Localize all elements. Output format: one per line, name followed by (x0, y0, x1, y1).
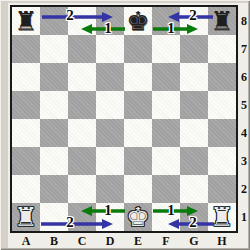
square-c7 (68, 35, 96, 63)
square-f2 (152, 175, 180, 203)
square-g5 (180, 91, 208, 119)
rank-label-6: 6 (238, 63, 250, 91)
square-a2 (12, 175, 40, 203)
square-d7 (96, 35, 124, 63)
square-b1 (40, 203, 68, 231)
file-label-d: D (96, 234, 124, 249)
square-b7 (40, 35, 68, 63)
square-h4 (208, 119, 236, 147)
square-f6 (152, 63, 180, 91)
file-label-g: G (180, 234, 208, 249)
square-g6 (180, 63, 208, 91)
square-c2 (68, 175, 96, 203)
square-a8: ♜ (12, 7, 40, 35)
square-d5 (96, 91, 124, 119)
square-b8 (40, 7, 68, 35)
square-g3 (180, 147, 208, 175)
white-rook-a1: ♜ (14, 203, 37, 231)
file-label-f: F (152, 234, 180, 249)
chess-board: ♜♚♜♜♚♜ (10, 5, 238, 233)
rank-label-7: 7 (238, 35, 250, 63)
square-f8 (152, 7, 180, 35)
rank-label-8: 8 (238, 7, 250, 35)
square-f1 (152, 203, 180, 231)
white-king-e1: ♚ (126, 203, 149, 231)
square-g4 (180, 119, 208, 147)
square-b6 (40, 63, 68, 91)
square-b5 (40, 91, 68, 119)
square-g7 (180, 35, 208, 63)
square-e4 (124, 119, 152, 147)
square-a4 (12, 119, 40, 147)
black-king-e8: ♚ (126, 7, 149, 35)
square-e7 (124, 35, 152, 63)
square-c5 (68, 91, 96, 119)
file-label-c: C (68, 234, 96, 249)
square-f7 (152, 35, 180, 63)
rank-label-2: 2 (238, 175, 250, 203)
square-c1 (68, 203, 96, 231)
square-c8 (68, 7, 96, 35)
square-h3 (208, 147, 236, 175)
black-rook-a8: ♜ (14, 7, 37, 35)
square-f5 (152, 91, 180, 119)
square-a6 (12, 63, 40, 91)
square-e2 (124, 175, 152, 203)
square-a3 (12, 147, 40, 175)
rank-labels: 87654321 (238, 7, 250, 231)
square-d1 (96, 203, 124, 231)
square-h7 (208, 35, 236, 63)
file-label-b: B (40, 234, 68, 249)
square-c4 (68, 119, 96, 147)
square-h1: ♜ (208, 203, 236, 231)
square-e3 (124, 147, 152, 175)
square-e1: ♚ (124, 203, 152, 231)
square-d8 (96, 7, 124, 35)
square-h5 (208, 91, 236, 119)
file-label-a: A (12, 234, 40, 249)
square-d2 (96, 175, 124, 203)
square-e6 (124, 63, 152, 91)
rank-label-1: 1 (238, 203, 250, 231)
square-b3 (40, 147, 68, 175)
square-h2 (208, 175, 236, 203)
square-f4 (152, 119, 180, 147)
square-b2 (40, 175, 68, 203)
square-f3 (152, 147, 180, 175)
square-d4 (96, 119, 124, 147)
black-rook-h8: ♜ (210, 7, 233, 35)
white-rook-h1: ♜ (210, 203, 233, 231)
rank-label-4: 4 (238, 119, 250, 147)
square-g1 (180, 203, 208, 231)
rank-label-3: 3 (238, 147, 250, 175)
chessboard-frame: ♜♚♜♜♚♜ ABCDEFGH 87654321 21121122 (0, 0, 250, 250)
square-c3 (68, 147, 96, 175)
square-g2 (180, 175, 208, 203)
rank-label-5: 5 (238, 91, 250, 119)
square-b4 (40, 119, 68, 147)
square-a7 (12, 35, 40, 63)
square-c6 (68, 63, 96, 91)
square-d3 (96, 147, 124, 175)
square-h8: ♜ (208, 7, 236, 35)
square-h6 (208, 63, 236, 91)
square-a1: ♜ (12, 203, 40, 231)
square-a5 (12, 91, 40, 119)
file-label-h: H (208, 234, 236, 249)
square-d6 (96, 63, 124, 91)
square-g8 (180, 7, 208, 35)
square-e5 (124, 91, 152, 119)
file-label-e: E (124, 234, 152, 249)
square-e8: ♚ (124, 7, 152, 35)
file-labels: ABCDEFGH (12, 234, 236, 249)
